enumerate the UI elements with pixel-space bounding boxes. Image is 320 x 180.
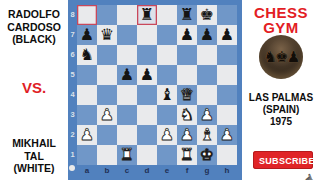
square-f6: [177, 45, 197, 65]
black-piece-f7: ♟: [180, 25, 194, 45]
black-piece-f8: ♜: [180, 5, 194, 25]
square-e5: [157, 65, 177, 85]
white-piece-g1: ♚: [200, 145, 214, 165]
square-h6: [217, 45, 237, 65]
white-piece-f1: ♜: [180, 145, 194, 165]
square-h5: [217, 65, 237, 85]
square-h2: ♟: [217, 125, 237, 145]
logo-chess-pieces-icon: ♞♚♟: [264, 48, 298, 66]
vs-label: VS.: [0, 79, 68, 96]
white-piece-h2: ♟: [220, 125, 234, 145]
white-piece-c1: ♜: [120, 145, 134, 165]
black-piece-a7: ♟: [80, 25, 94, 45]
square-d6: [137, 45, 157, 65]
black-piece-d8: ♜: [140, 5, 154, 25]
square-d8: ♜: [137, 5, 157, 25]
square-g3: ♟: [197, 105, 217, 125]
square-c5: ♟: [117, 65, 137, 85]
black-piece-c5: ♟: [120, 65, 134, 85]
black-piece-b7: ♛: [100, 25, 114, 45]
square-a3: [77, 105, 97, 125]
square-b6: [97, 45, 117, 65]
square-d7: [137, 25, 157, 45]
square-a4: [77, 85, 97, 105]
black-piece-h7: ♟: [220, 25, 234, 45]
square-e3: [157, 105, 177, 125]
white-piece-f2: ♟: [180, 125, 194, 145]
square-f2: ♟: [177, 125, 197, 145]
square-a1: [77, 145, 97, 165]
square-d2: [137, 125, 157, 145]
file-labels: abcdefgh: [77, 164, 237, 177]
channel-name: CHESSGYM: [242, 5, 320, 35]
subscribe-button[interactable]: SUBSCRIBE: [253, 151, 313, 169]
black-player-name: RADOLFOCARDOSO(BLACK): [0, 8, 68, 46]
square-f1: ♜: [177, 145, 197, 165]
square-g7: ♟: [197, 25, 217, 45]
square-b2: [97, 125, 117, 145]
white-piece-b3: ♟: [100, 105, 114, 125]
square-h1: [217, 145, 237, 165]
black-piece-g7: ♟: [200, 25, 214, 45]
square-b4: [97, 85, 117, 105]
square-a7: ♟: [77, 25, 97, 45]
square-g4: [197, 85, 217, 105]
square-b1: [97, 145, 117, 165]
black-piece-g8: ♚: [200, 5, 214, 25]
black-piece-e4: ♝: [160, 85, 174, 105]
square-g2: ♝: [197, 125, 217, 145]
event-info: LAS PALMAS(SPAIN)1975: [242, 92, 320, 128]
white-piece-g3: ♟: [200, 105, 214, 125]
square-g5: [197, 65, 217, 85]
square-c8: [117, 5, 137, 25]
right-panel: CHESSGYM ♞♚♟ LAS PALMAS(SPAIN)1975 SUBSC…: [242, 0, 320, 180]
square-c4: [117, 85, 137, 105]
square-e4: ♝: [157, 85, 177, 105]
white-piece-e2: ♟: [160, 125, 174, 145]
square-b3: ♟: [97, 105, 117, 125]
square-c3: [117, 105, 137, 125]
square-f8: ♜: [177, 5, 197, 25]
square-e6: [157, 45, 177, 65]
square-h8: [217, 5, 237, 25]
square-b8: [97, 5, 117, 25]
square-g8: ♚: [197, 5, 217, 25]
chess-gym-logo: ♞♚♟: [259, 35, 303, 79]
white-player-name: MIKHAILTAL(WHITE): [0, 137, 68, 175]
square-g1: ♚: [197, 145, 217, 165]
white-piece-a2: ♟: [80, 125, 94, 145]
white-piece-f3: ♞: [180, 105, 194, 125]
black-piece-d5: ♟: [140, 65, 154, 85]
square-f3: ♞: [177, 105, 197, 125]
square-c2: [117, 125, 137, 145]
chess-board: ♜♜♚♟♛♟♟♟♞♟♟♝♛♟♞♟♟♟♟♝♟♜♜♚: [77, 5, 237, 165]
square-h4: [217, 85, 237, 105]
square-b5: [97, 65, 117, 85]
square-a5: [77, 65, 97, 85]
square-d3: [137, 105, 157, 125]
square-h7: ♟: [217, 25, 237, 45]
square-e1: [157, 145, 177, 165]
square-a8: [77, 5, 97, 25]
left-panel: RADOLFOCARDOSO(BLACK) VS. MIKHAILTAL(WHI…: [0, 0, 68, 180]
chess-board-frame: 87654321 ♜♜♚♟♛♟♟♟♞♟♟♝♛♟♞♟♟♟♟♝♟♜♜♚ abcdef…: [68, 0, 242, 180]
thumbnail-stage: RADOLFOCARDOSO(BLACK) VS. MIKHAILTAL(WHI…: [0, 0, 320, 180]
square-c7: [117, 25, 137, 45]
square-c1: ♜: [117, 145, 137, 165]
square-e7: [157, 25, 177, 45]
square-f7: ♟: [177, 25, 197, 45]
square-h3: [217, 105, 237, 125]
square-a2: ♟: [77, 125, 97, 145]
square-a6: ♞: [77, 45, 97, 65]
square-c6: [117, 45, 137, 65]
square-e8: [157, 5, 177, 25]
square-d4: [137, 85, 157, 105]
white-piece-g2: ♝: [200, 125, 214, 145]
white-piece-f4: ♛: [180, 85, 194, 105]
black-piece-a6: ♞: [80, 45, 94, 65]
square-d1: [137, 145, 157, 165]
hand-cursor-icon: ☝: [303, 171, 316, 180]
rank-labels: 87654321: [68, 5, 77, 165]
square-f4: ♛: [177, 85, 197, 105]
side-to-move-indicator: [69, 165, 75, 171]
square-d5: ♟: [137, 65, 157, 85]
square-f5: [177, 65, 197, 85]
square-b7: ♛: [97, 25, 117, 45]
square-e2: ♟: [157, 125, 177, 145]
square-g6: [197, 45, 217, 65]
